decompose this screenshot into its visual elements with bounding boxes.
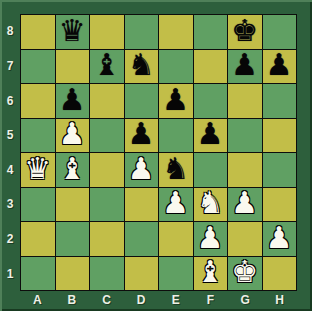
- piece-black-king: ♚: [231, 16, 258, 46]
- square-f1[interactable]: ♝: [194, 257, 228, 291]
- piece-white-pawn: ♟: [59, 119, 86, 149]
- square-a5[interactable]: [21, 119, 55, 153]
- square-b7[interactable]: [56, 50, 90, 84]
- square-h2[interactable]: ♟: [263, 222, 297, 256]
- piece-white-pawn: ♟: [128, 154, 155, 184]
- rank-label-7: 7: [0, 49, 20, 84]
- square-g7[interactable]: ♟: [228, 50, 262, 84]
- square-c3[interactable]: [90, 188, 124, 222]
- square-b8[interactable]: ♛: [56, 15, 90, 49]
- piece-white-pawn: ♟: [197, 223, 224, 253]
- square-c8[interactable]: [90, 15, 124, 49]
- square-h8[interactable]: [263, 15, 297, 49]
- square-e1[interactable]: [159, 257, 193, 291]
- piece-black-pawn: ♟: [59, 85, 86, 115]
- rank-labels: 8 7 6 5 4 3 2 1: [0, 14, 20, 291]
- piece-black-bishop: ♝: [93, 50, 120, 80]
- square-e7[interactable]: [159, 50, 193, 84]
- file-label-c: C: [89, 291, 124, 309]
- piece-white-pawn: ♟: [266, 223, 293, 253]
- piece-black-pawn: ♟: [197, 119, 224, 149]
- piece-white-knight: ♞: [197, 188, 224, 218]
- square-e5[interactable]: [159, 119, 193, 153]
- rank-label-2: 2: [0, 222, 20, 257]
- square-g3[interactable]: ♟: [228, 188, 262, 222]
- chess-board-window: 8 7 6 5 4 3 2 1 ♛♚♝♞♟♟♟♟♟♟♟♛♝♟♞♟♞♟♟♟♝♚ A…: [0, 0, 312, 311]
- square-a4[interactable]: ♛: [21, 153, 55, 187]
- square-f6[interactable]: [194, 84, 228, 118]
- square-e8[interactable]: [159, 15, 193, 49]
- square-a1[interactable]: [21, 257, 55, 291]
- file-label-a: A: [20, 291, 55, 309]
- square-h7[interactable]: ♟: [263, 50, 297, 84]
- square-b6[interactable]: ♟: [56, 84, 90, 118]
- square-b1[interactable]: [56, 257, 90, 291]
- piece-black-pawn: ♟: [231, 50, 258, 80]
- square-g1[interactable]: ♚: [228, 257, 262, 291]
- square-g8[interactable]: ♚: [228, 15, 262, 49]
- chess-board: ♛♚♝♞♟♟♟♟♟♟♟♛♝♟♞♟♞♟♟♟♝♚: [20, 14, 297, 291]
- rank-label-5: 5: [0, 118, 20, 153]
- square-d5[interactable]: ♟: [125, 119, 159, 153]
- piece-white-queen: ♛: [24, 154, 51, 184]
- file-label-f: F: [193, 291, 228, 309]
- file-label-e: E: [159, 291, 194, 309]
- square-c2[interactable]: [90, 222, 124, 256]
- square-c4[interactable]: [90, 153, 124, 187]
- square-a3[interactable]: [21, 188, 55, 222]
- square-f5[interactable]: ♟: [194, 119, 228, 153]
- square-g5[interactable]: [228, 119, 262, 153]
- square-h4[interactable]: [263, 153, 297, 187]
- square-d7[interactable]: ♞: [125, 50, 159, 84]
- square-f8[interactable]: [194, 15, 228, 49]
- file-label-d: D: [124, 291, 159, 309]
- piece-black-pawn: ♟: [128, 119, 155, 149]
- piece-white-bishop: ♝: [197, 257, 224, 287]
- rank-label-1: 1: [0, 256, 20, 291]
- rank-label-3: 3: [0, 187, 20, 222]
- square-e3[interactable]: ♟: [159, 188, 193, 222]
- rank-label-4: 4: [0, 153, 20, 188]
- file-label-h: H: [262, 291, 297, 309]
- square-f2[interactable]: ♟: [194, 222, 228, 256]
- piece-black-knight: ♞: [162, 154, 189, 184]
- piece-black-pawn: ♟: [162, 85, 189, 115]
- square-h3[interactable]: [263, 188, 297, 222]
- square-f7[interactable]: [194, 50, 228, 84]
- piece-white-king: ♚: [231, 257, 258, 287]
- square-e2[interactable]: [159, 222, 193, 256]
- square-a7[interactable]: [21, 50, 55, 84]
- square-b5[interactable]: ♟: [56, 119, 90, 153]
- piece-black-queen: ♛: [59, 16, 86, 46]
- square-b2[interactable]: [56, 222, 90, 256]
- square-d4[interactable]: ♟: [125, 153, 159, 187]
- square-g4[interactable]: [228, 153, 262, 187]
- square-e6[interactable]: ♟: [159, 84, 193, 118]
- square-c5[interactable]: [90, 119, 124, 153]
- square-b4[interactable]: ♝: [56, 153, 90, 187]
- square-f3[interactable]: ♞: [194, 188, 228, 222]
- square-d8[interactable]: [125, 15, 159, 49]
- piece-black-knight: ♞: [128, 50, 155, 80]
- rank-label-8: 8: [0, 14, 20, 49]
- square-c7[interactable]: ♝: [90, 50, 124, 84]
- file-label-b: B: [55, 291, 90, 309]
- square-h1[interactable]: [263, 257, 297, 291]
- piece-black-pawn: ♟: [266, 50, 293, 80]
- rank-label-6: 6: [0, 83, 20, 118]
- piece-white-pawn: ♟: [231, 188, 258, 218]
- file-label-g: G: [228, 291, 263, 309]
- square-g6[interactable]: [228, 84, 262, 118]
- file-labels: A B C D E F G H: [20, 291, 297, 309]
- piece-white-pawn: ♟: [162, 188, 189, 218]
- square-d1[interactable]: [125, 257, 159, 291]
- square-d6[interactable]: [125, 84, 159, 118]
- square-c6[interactable]: [90, 84, 124, 118]
- square-f4[interactable]: [194, 153, 228, 187]
- square-c1[interactable]: [90, 257, 124, 291]
- square-a8[interactable]: [21, 15, 55, 49]
- square-a2[interactable]: [21, 222, 55, 256]
- square-d3[interactable]: [125, 188, 159, 222]
- square-b3[interactable]: [56, 188, 90, 222]
- piece-white-bishop: ♝: [59, 154, 86, 184]
- square-e4[interactable]: ♞: [159, 153, 193, 187]
- square-g2[interactable]: [228, 222, 262, 256]
- square-d2[interactable]: [125, 222, 159, 256]
- square-h6[interactable]: [263, 84, 297, 118]
- square-h5[interactable]: [263, 119, 297, 153]
- square-a6[interactable]: [21, 84, 55, 118]
